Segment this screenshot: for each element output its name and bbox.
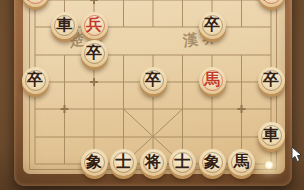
- piece-black-advisor[interactable]: 士: [110, 149, 137, 176]
- mouse-cursor: [291, 147, 304, 167]
- piece-black-horse[interactable]: 馬: [228, 149, 255, 176]
- piece-black-elephant[interactable]: 象: [199, 149, 226, 176]
- piece-glyph: 卒: [27, 72, 43, 88]
- piece-black-general[interactable]: 将: [140, 149, 167, 176]
- piece-black-soldier[interactable]: 卒: [81, 40, 108, 67]
- piece-black-chariot[interactable]: 車: [258, 122, 285, 149]
- piece-glyph: 車: [263, 127, 279, 143]
- piece-black-chariot[interactable]: 車: [51, 12, 78, 39]
- piece-black-soldier[interactable]: 卒: [199, 12, 226, 39]
- pieces-layer: 兵兵車兵卒卒卒卒馬卒車象士将士象馬: [0, 0, 304, 190]
- piece-black-soldier[interactable]: 卒: [258, 67, 285, 94]
- piece-red-soldier[interactable]: 兵: [22, 0, 49, 7]
- last-move-indicator: [264, 160, 274, 170]
- piece-red-soldier[interactable]: 兵: [258, 0, 285, 7]
- piece-glyph: 卒: [204, 17, 220, 33]
- piece-red-soldier[interactable]: 兵: [81, 12, 108, 39]
- piece-glyph: 象: [86, 154, 102, 170]
- piece-glyph: 車: [57, 17, 73, 33]
- piece-black-elephant[interactable]: 象: [81, 149, 108, 176]
- piece-black-soldier[interactable]: 卒: [22, 67, 49, 94]
- piece-glyph: 象: [204, 154, 220, 170]
- piece-glyph: 士: [116, 154, 132, 170]
- piece-glyph: 将: [145, 154, 161, 170]
- piece-glyph: 士: [175, 154, 191, 170]
- piece-glyph: 兵: [86, 17, 102, 33]
- piece-glyph: 卒: [263, 72, 279, 88]
- piece-red-horse[interactable]: 馬: [199, 67, 226, 94]
- piece-glyph: 兵: [263, 0, 279, 1]
- piece-glyph: 兵: [27, 0, 43, 1]
- piece-black-soldier[interactable]: 卒: [140, 67, 167, 94]
- xiangqi-game-screen: 楚河 漢界 兵兵車兵卒卒卒卒馬卒車象士将士象馬: [0, 0, 304, 190]
- piece-glyph: 卒: [86, 45, 102, 61]
- piece-glyph: 卒: [145, 72, 161, 88]
- piece-glyph: 馬: [204, 72, 220, 88]
- piece-black-advisor[interactable]: 士: [169, 149, 196, 176]
- piece-glyph: 馬: [234, 154, 250, 170]
